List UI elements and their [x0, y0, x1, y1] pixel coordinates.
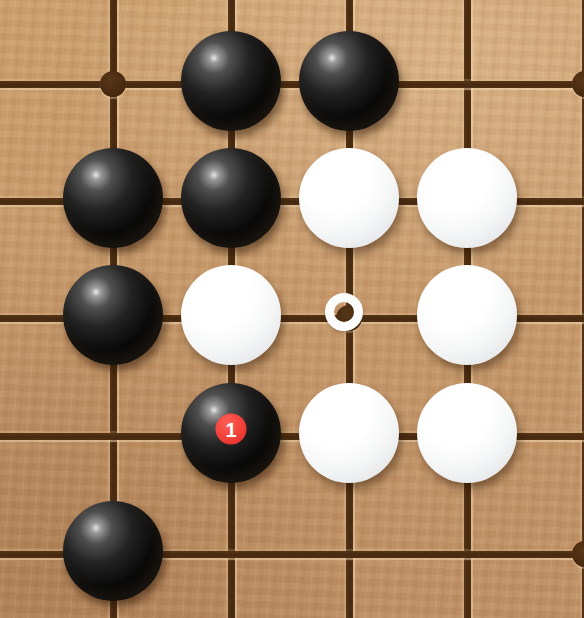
go-board[interactable]: 1 [0, 0, 584, 618]
black-stone: 1 [181, 383, 281, 483]
grid-line-horizontal [0, 81, 584, 88]
white-stone [299, 148, 399, 248]
star-point [572, 541, 584, 567]
star-point [100, 71, 126, 97]
circle-marker [325, 293, 363, 331]
move-number-badge: 1 [216, 414, 247, 445]
white-stone [299, 383, 399, 483]
white-stone [417, 265, 517, 365]
black-stone [181, 31, 281, 131]
black-stone [63, 501, 163, 601]
black-stone [299, 31, 399, 131]
white-stone [181, 265, 281, 365]
white-stone [417, 148, 517, 248]
black-stone [63, 265, 163, 365]
star-point [572, 71, 584, 97]
white-stone [417, 383, 517, 483]
black-stone [181, 148, 281, 248]
black-stone [63, 148, 163, 248]
